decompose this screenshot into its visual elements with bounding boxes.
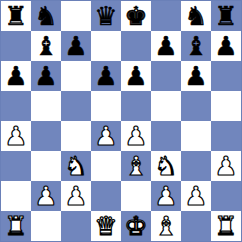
square-b1[interactable] [31,211,61,241]
white-queen-icon[interactable]: ♛ [91,211,121,241]
square-d7[interactable] [91,31,121,61]
square-d5[interactable] [91,91,121,121]
black-queen-icon[interactable]: ♛ [91,1,121,31]
black-bishop-icon[interactable]: ♝ [181,31,211,61]
square-b4[interactable] [31,121,61,151]
square-e4[interactable]: ♟ [121,121,151,151]
square-c1[interactable] [61,211,91,241]
square-b2[interactable]: ♟ [31,181,61,211]
square-d1[interactable]: ♛ [91,211,121,241]
black-pawn-icon[interactable]: ♟ [121,61,151,91]
black-king-icon[interactable]: ♚ [121,1,151,31]
white-pawn-icon[interactable]: ♟ [31,181,61,211]
chess-board-frame: ♜♞♛♚♞♜♝♟♟♝♟♟♟♟♟♟♟♟♟♞♝♞♟♟♟♟♟♜♛♚♝♜ [0,0,242,242]
black-pawn-icon[interactable]: ♟ [31,61,61,91]
white-pawn-icon[interactable]: ♟ [181,181,211,211]
black-knight-icon[interactable]: ♞ [181,1,211,31]
square-h1[interactable]: ♜ [211,211,241,241]
square-h8[interactable]: ♜ [211,1,241,31]
square-g4[interactable] [181,121,211,151]
white-knight-icon[interactable]: ♞ [61,151,91,181]
square-a5[interactable] [1,91,31,121]
square-g1[interactable] [181,211,211,241]
square-a8[interactable]: ♜ [1,1,31,31]
square-h5[interactable] [211,91,241,121]
white-pawn-icon[interactable]: ♟ [151,181,181,211]
white-rook-icon[interactable]: ♜ [1,211,31,241]
square-h4[interactable] [211,121,241,151]
white-rook-icon[interactable]: ♜ [211,211,241,241]
white-bishop-icon[interactable]: ♝ [151,211,181,241]
square-f5[interactable] [151,91,181,121]
square-h7[interactable]: ♟ [211,31,241,61]
black-pawn-icon[interactable]: ♟ [211,31,241,61]
square-g3[interactable] [181,151,211,181]
square-c8[interactable] [61,1,91,31]
square-b7[interactable]: ♝ [31,31,61,61]
square-c6[interactable] [61,61,91,91]
white-pawn-icon[interactable]: ♟ [61,181,91,211]
square-a6[interactable]: ♟ [1,61,31,91]
square-f4[interactable] [151,121,181,151]
square-g2[interactable]: ♟ [181,181,211,211]
square-f6[interactable] [151,61,181,91]
square-e2[interactable] [121,181,151,211]
white-bishop-icon[interactable]: ♝ [121,151,151,181]
square-e3[interactable]: ♝ [121,151,151,181]
square-a1[interactable]: ♜ [1,211,31,241]
square-g6[interactable]: ♟ [181,61,211,91]
square-f8[interactable] [151,1,181,31]
square-d6[interactable]: ♟ [91,61,121,91]
square-a4[interactable]: ♟ [1,121,31,151]
square-f2[interactable]: ♟ [151,181,181,211]
square-c7[interactable]: ♟ [61,31,91,61]
black-pawn-icon[interactable]: ♟ [151,31,181,61]
black-bishop-icon[interactable]: ♝ [31,31,61,61]
square-c4[interactable] [61,121,91,151]
square-a7[interactable] [1,31,31,61]
white-pawn-icon[interactable]: ♟ [121,121,151,151]
square-c5[interactable] [61,91,91,121]
white-pawn-icon[interactable]: ♟ [211,151,241,181]
square-g5[interactable] [181,91,211,121]
black-pawn-icon[interactable]: ♟ [181,61,211,91]
square-b6[interactable]: ♟ [31,61,61,91]
black-pawn-icon[interactable]: ♟ [1,61,31,91]
square-f3[interactable]: ♞ [151,151,181,181]
white-pawn-icon[interactable]: ♟ [91,121,121,151]
square-e7[interactable] [121,31,151,61]
square-g8[interactable]: ♞ [181,1,211,31]
square-e6[interactable]: ♟ [121,61,151,91]
black-pawn-icon[interactable]: ♟ [91,61,121,91]
white-knight-icon[interactable]: ♞ [151,151,181,181]
square-g7[interactable]: ♝ [181,31,211,61]
chess-board: ♜♞♛♚♞♜♝♟♟♝♟♟♟♟♟♟♟♟♟♞♝♞♟♟♟♟♟♜♛♚♝♜ [1,1,241,241]
square-d3[interactable] [91,151,121,181]
square-d2[interactable] [91,181,121,211]
square-e5[interactable] [121,91,151,121]
square-b5[interactable] [31,91,61,121]
square-h6[interactable] [211,61,241,91]
square-f7[interactable]: ♟ [151,31,181,61]
white-pawn-icon[interactable]: ♟ [1,121,31,151]
black-rook-icon[interactable]: ♜ [211,1,241,31]
white-king-icon[interactable]: ♚ [121,211,151,241]
square-e8[interactable]: ♚ [121,1,151,31]
square-h2[interactable] [211,181,241,211]
square-a3[interactable] [1,151,31,181]
square-d4[interactable]: ♟ [91,121,121,151]
square-c2[interactable]: ♟ [61,181,91,211]
square-b3[interactable] [31,151,61,181]
square-b8[interactable]: ♞ [31,1,61,31]
square-c3[interactable]: ♞ [61,151,91,181]
square-e1[interactable]: ♚ [121,211,151,241]
black-knight-icon[interactable]: ♞ [31,1,61,31]
black-rook-icon[interactable]: ♜ [1,1,31,31]
black-pawn-icon[interactable]: ♟ [61,31,91,61]
square-h3[interactable]: ♟ [211,151,241,181]
square-d8[interactable]: ♛ [91,1,121,31]
square-f1[interactable]: ♝ [151,211,181,241]
square-a2[interactable] [1,181,31,211]
